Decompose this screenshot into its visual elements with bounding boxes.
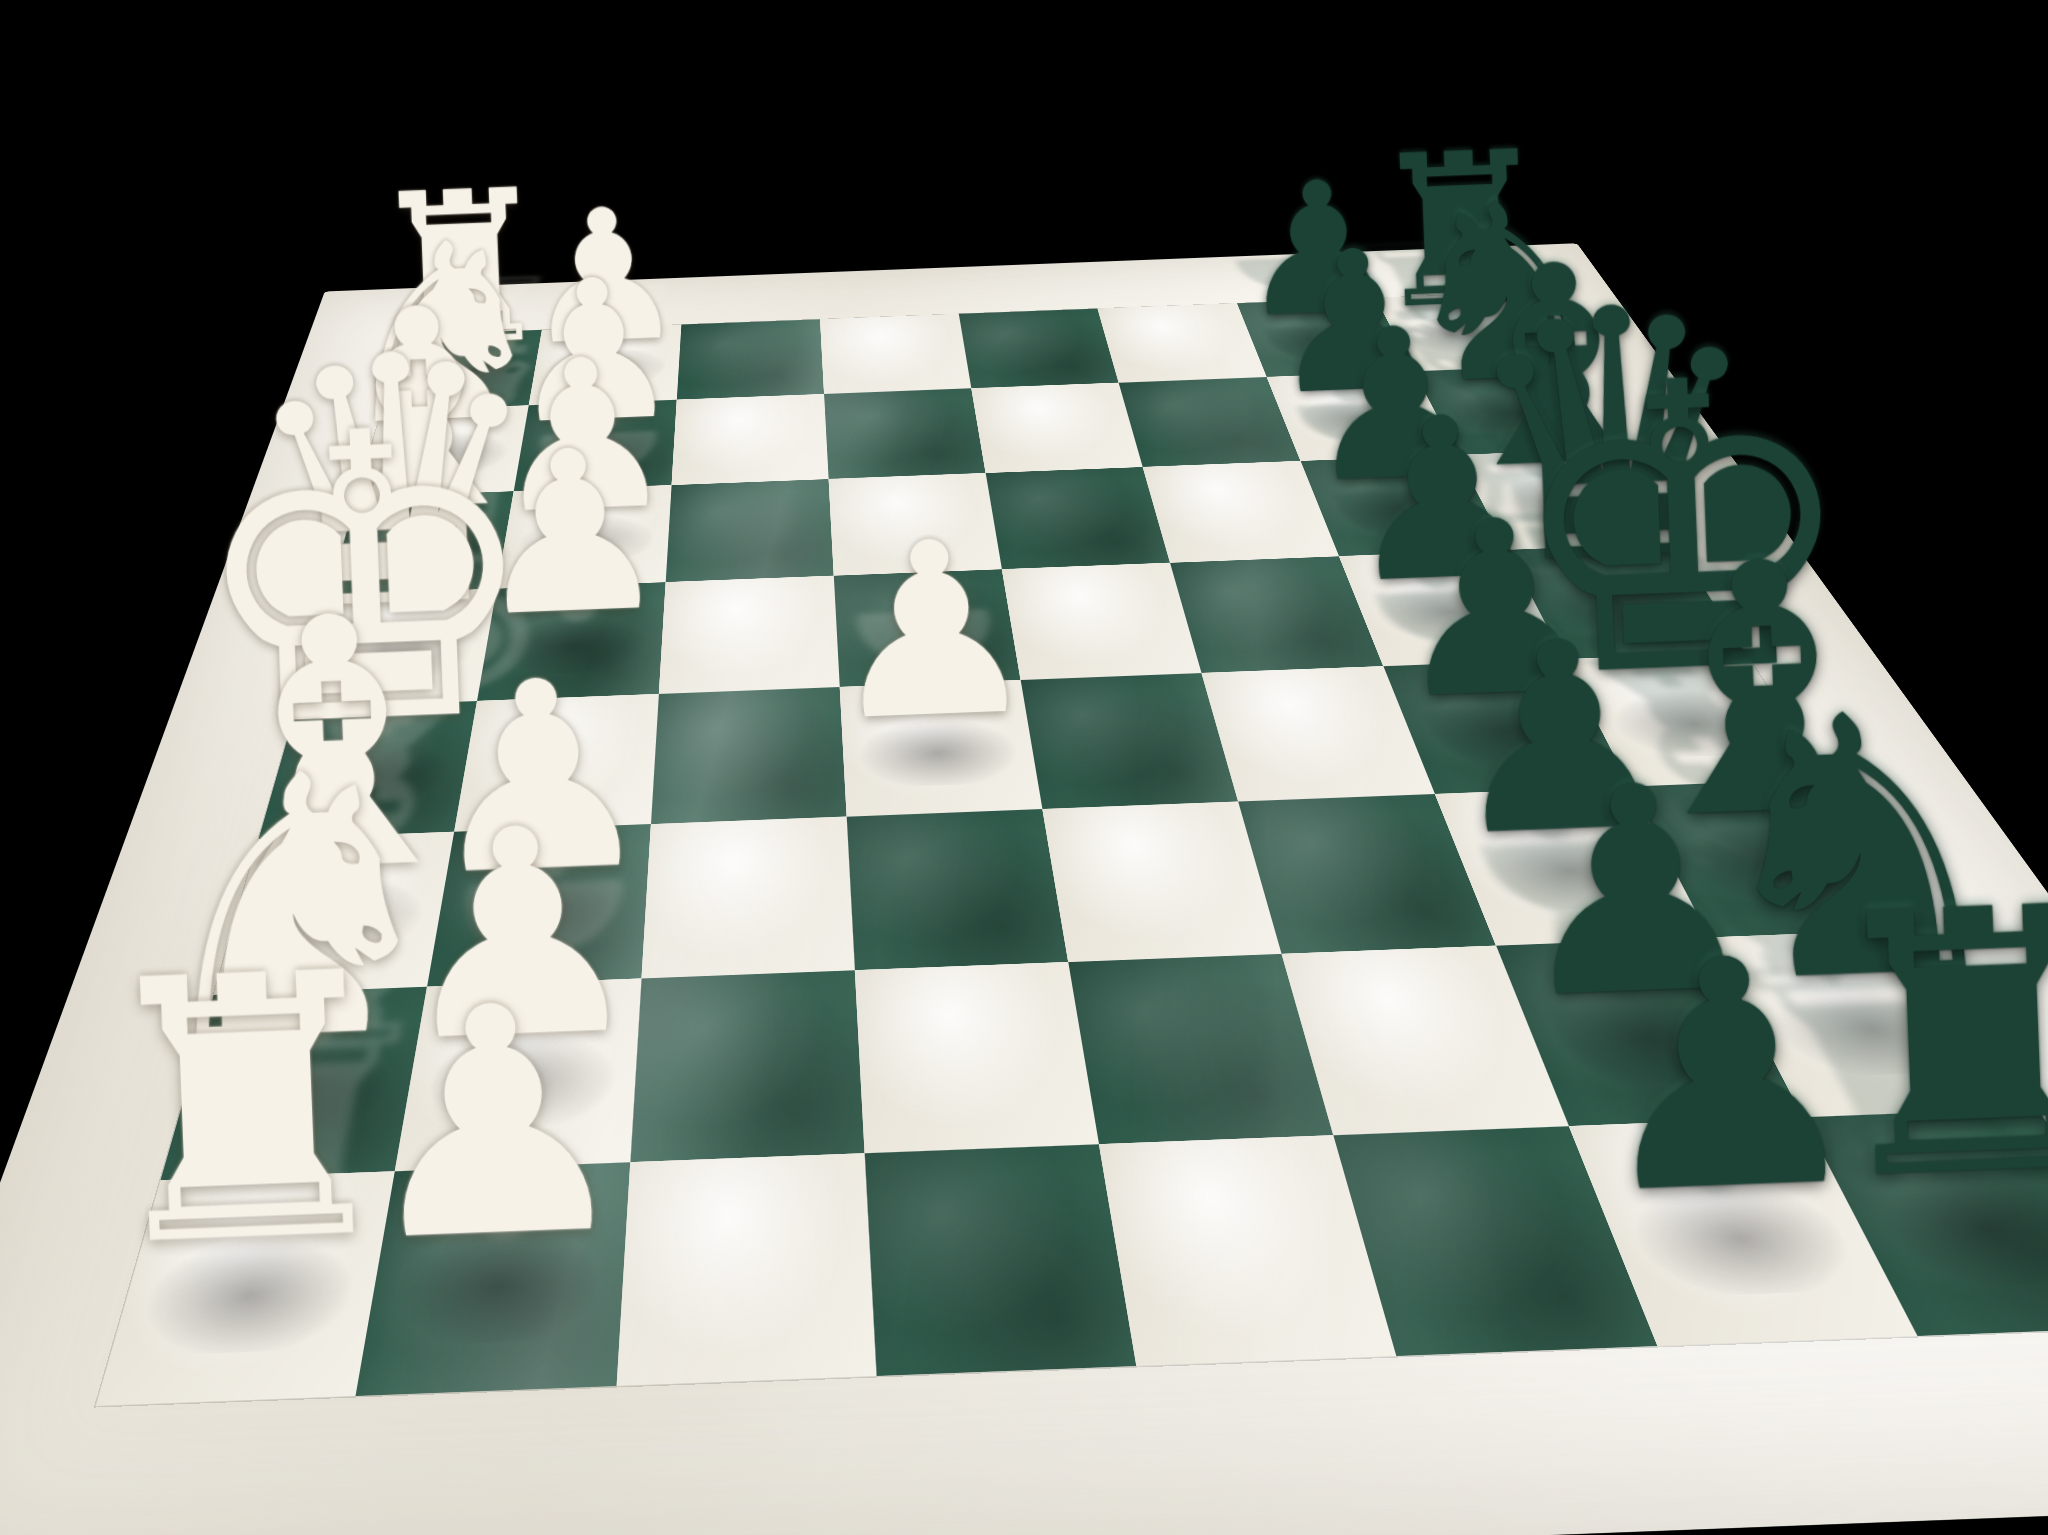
square-a5 xyxy=(959,309,1119,389)
square-a4 xyxy=(820,314,971,394)
square-g3 xyxy=(630,970,865,1162)
perspective-layer: ♜♜♞♞♝♝♛♛♚♚♝♝♞♞♜♜♟♟♟♟♟♟♟♟♟♟♟♟♟♟♟♟♟♟♟♟♟♟♟♟… xyxy=(0,0,2048,1535)
square-a3 xyxy=(676,319,823,400)
camera-tilt-layer: ♜♜♞♞♝♝♛♛♚♚♝♝♞♞♜♜♟♟♟♟♟♟♟♟♟♟♟♟♟♟♟♟♟♟♟♟♟♟♟♟… xyxy=(0,0,2048,1535)
square-b5 xyxy=(971,383,1142,473)
chess-board: ♜♜♞♞♝♝♛♛♚♚♝♝♞♞♜♜♟♟♟♟♟♟♟♟♟♟♟♟♟♟♟♟♟♟♟♟♟♟♟♟… xyxy=(0,243,2048,1535)
square-h3 xyxy=(616,1153,876,1386)
square-h4 xyxy=(864,1144,1136,1376)
square-e5 xyxy=(1021,673,1239,809)
square-d3 xyxy=(658,576,839,694)
square-g4 xyxy=(855,962,1099,1153)
green-rook-icon: ♜ xyxy=(1806,867,2048,1222)
square-e3 xyxy=(650,687,846,824)
square-f4 xyxy=(846,809,1068,970)
chess-photo-scene: ♜♜♞♞♝♝♛♛♚♚♝♝♞♞♜♜♟♟♟♟♟♟♟♟♟♟♟♟♟♟♟♟♟♟♟♟♟♟♟♟… xyxy=(0,0,2048,1535)
white-rook-icon: ♜ xyxy=(78,934,415,1289)
board-squares: ♜♜♞♞♝♝♛♛♚♚♝♝♞♞♜♜♟♟♟♟♟♟♟♟♟♟♟♟♟♟♟♟♟♟♟♟♟♟♟♟… xyxy=(96,293,2048,1407)
white-pawn-icon: ♟ xyxy=(821,515,1044,750)
